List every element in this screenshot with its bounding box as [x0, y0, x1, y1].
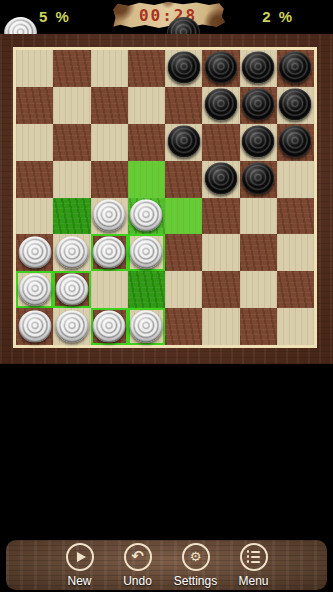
board-cell[interactable] [91, 124, 128, 161]
board-cell[interactable] [277, 234, 314, 271]
board-cell[interactable] [202, 87, 239, 124]
board-cell-highlighted[interactable] [128, 198, 165, 235]
menu-label: Menu [238, 574, 268, 588]
play-icon [66, 543, 94, 571]
board-cell[interactable] [277, 161, 314, 198]
board-cell[interactable] [16, 198, 53, 235]
board-cell[interactable] [277, 124, 314, 161]
new-game-label: New [67, 574, 91, 588]
board-cell[interactable] [165, 87, 202, 124]
white-piece[interactable] [18, 273, 51, 305]
black-piece[interactable] [204, 52, 237, 84]
board-cell[interactable] [240, 50, 277, 87]
white-piece[interactable] [130, 310, 163, 342]
board-cell[interactable] [16, 50, 53, 87]
board-cell[interactable] [240, 308, 277, 345]
board-cell[interactable] [202, 308, 239, 345]
board-cell-outlined[interactable] [128, 308, 165, 345]
board-cell[interactable] [202, 198, 239, 235]
settings-button[interactable]: ⚙ Settings [174, 543, 218, 588]
board-cell[interactable] [53, 124, 90, 161]
new-game-button[interactable]: New [58, 543, 102, 588]
board-cell[interactable] [165, 50, 202, 87]
board-cell[interactable] [53, 161, 90, 198]
board-cell[interactable] [202, 161, 239, 198]
white-piece[interactable] [93, 236, 126, 268]
undo-label: Undo [123, 574, 152, 588]
board-cell[interactable] [240, 271, 277, 308]
board-cell[interactable] [16, 124, 53, 161]
white-piece[interactable] [18, 310, 51, 342]
board-cell[interactable] [128, 50, 165, 87]
board-cell-outlined[interactable] [53, 271, 90, 308]
board-cell[interactable] [202, 234, 239, 271]
board-cell[interactable] [165, 124, 202, 161]
black-piece[interactable] [242, 89, 275, 121]
board-cell-outlined[interactable] [128, 234, 165, 271]
board-cell[interactable] [91, 161, 128, 198]
board-cell[interactable] [16, 161, 53, 198]
board-cell[interactable] [240, 124, 277, 161]
top-status-bar: 5 % 00:28 2 % [0, 0, 333, 34]
board-cell[interactable] [277, 87, 314, 124]
black-piece[interactable] [204, 89, 237, 121]
board-cell-highlighted[interactable] [128, 161, 165, 198]
black-piece[interactable] [167, 126, 200, 158]
board-cell[interactable] [91, 198, 128, 235]
settings-label: Settings [174, 574, 217, 588]
board-cell[interactable] [277, 50, 314, 87]
board-cell[interactable] [240, 198, 277, 235]
board-border [13, 47, 317, 348]
board-cell[interactable] [165, 234, 202, 271]
bottom-toolbar: New ↶ Undo ⚙ Settings Menu [6, 540, 327, 590]
black-piece[interactable] [167, 52, 200, 84]
undo-arrow-icon: ↶ [124, 543, 152, 571]
black-counter: 2 % [262, 0, 294, 34]
white-counter: 5 % [39, 0, 71, 34]
board-cell-highlighted[interactable] [53, 198, 90, 235]
board-cell[interactable] [53, 50, 90, 87]
board-grid[interactable] [16, 50, 314, 345]
board-cell-outlined[interactable] [91, 234, 128, 271]
black-piece[interactable] [279, 89, 312, 121]
board-cell[interactable] [16, 87, 53, 124]
black-piece[interactable] [242, 52, 275, 84]
board-cell-outlined[interactable] [16, 271, 53, 308]
board-cell[interactable] [91, 87, 128, 124]
white-piece[interactable] [93, 199, 126, 231]
black-piece[interactable] [242, 126, 275, 158]
menu-button[interactable]: Menu [232, 543, 276, 588]
board-cell-outlined[interactable] [91, 308, 128, 345]
board-cell[interactable] [16, 234, 53, 271]
board-cell[interactable] [165, 161, 202, 198]
board-cell[interactable] [128, 87, 165, 124]
board-cell[interactable] [202, 124, 239, 161]
white-piece[interactable] [18, 236, 51, 268]
board-cell[interactable] [16, 308, 53, 345]
board-cell[interactable] [91, 271, 128, 308]
board-cell-highlighted[interactable] [128, 271, 165, 308]
white-piece[interactable] [55, 273, 88, 305]
white-piece[interactable] [55, 236, 88, 268]
board-frame [0, 34, 333, 364]
board-cell[interactable] [277, 308, 314, 345]
board-cell[interactable] [202, 271, 239, 308]
black-piece[interactable] [242, 162, 275, 194]
black-piece[interactable] [204, 162, 237, 194]
board-cell[interactable] [240, 234, 277, 271]
board-cell[interactable] [202, 50, 239, 87]
board-cell[interactable] [240, 161, 277, 198]
menu-list-icon [240, 543, 268, 571]
board-cell[interactable] [128, 124, 165, 161]
board-cell[interactable] [165, 271, 202, 308]
board-cell-highlighted[interactable] [165, 198, 202, 235]
board-cell[interactable] [277, 271, 314, 308]
board-cell[interactable] [91, 50, 128, 87]
board-cell[interactable] [240, 87, 277, 124]
board-cell[interactable] [53, 234, 90, 271]
board-cell[interactable] [53, 87, 90, 124]
gear-icon: ⚙ [182, 543, 210, 571]
board-cell[interactable] [277, 198, 314, 235]
undo-button[interactable]: ↶ Undo [116, 543, 160, 588]
white-piece[interactable] [55, 310, 88, 342]
white-piece[interactable] [130, 236, 163, 268]
white-piece[interactable] [93, 310, 126, 342]
black-piece[interactable] [279, 52, 312, 84]
white-piece[interactable] [130, 199, 163, 231]
board-cell[interactable] [53, 308, 90, 345]
black-piece[interactable] [279, 126, 312, 158]
board-cell[interactable] [165, 308, 202, 345]
